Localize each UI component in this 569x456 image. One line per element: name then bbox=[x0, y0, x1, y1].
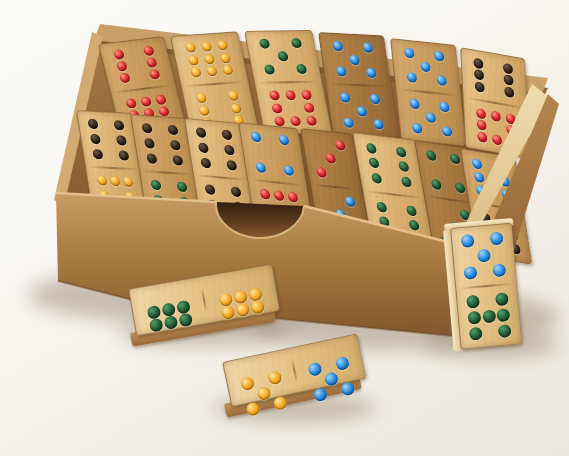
pip-yellow bbox=[240, 376, 255, 391]
pip-blue bbox=[461, 234, 475, 248]
pip-yellow bbox=[248, 287, 263, 302]
pip-green bbox=[163, 315, 178, 330]
scene bbox=[0, 0, 569, 456]
pip-blue bbox=[489, 231, 503, 245]
pip-blue bbox=[476, 249, 490, 263]
pip-yellow bbox=[267, 370, 282, 385]
pip-yellow bbox=[218, 292, 233, 307]
pip-yellow bbox=[256, 386, 271, 401]
domino-half-green-7 bbox=[456, 284, 521, 348]
pip-green bbox=[498, 324, 512, 338]
pip-green bbox=[466, 295, 480, 309]
pip-green bbox=[149, 318, 164, 333]
pip-yellow bbox=[221, 305, 236, 320]
pip-blue bbox=[307, 362, 322, 377]
pip-green bbox=[496, 308, 510, 322]
pip-blue bbox=[335, 356, 350, 371]
pip-green bbox=[176, 300, 191, 315]
pip-green bbox=[178, 313, 193, 328]
pip-blue bbox=[324, 371, 339, 386]
pip-blue bbox=[492, 263, 506, 277]
pip-blue bbox=[464, 266, 478, 280]
pip-green bbox=[161, 302, 176, 317]
pip-yellow bbox=[235, 302, 250, 317]
domino-half-blue-5 bbox=[451, 224, 516, 288]
pip-yellow bbox=[250, 300, 265, 315]
loose-dominoes bbox=[0, 0, 569, 456]
pip-green bbox=[467, 311, 481, 325]
loose-domino-leaning[interactable] bbox=[450, 223, 522, 350]
pip-green bbox=[482, 309, 496, 323]
pip-green bbox=[495, 292, 509, 306]
pip-green bbox=[146, 305, 161, 320]
pip-yellow bbox=[233, 290, 248, 305]
pip-green bbox=[469, 327, 483, 341]
